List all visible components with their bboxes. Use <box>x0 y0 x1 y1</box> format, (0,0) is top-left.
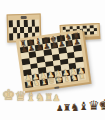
dark-tray-king: ♚ <box>99 98 105 113</box>
mini-square <box>94 31 98 34</box>
dark-pieces-row: ♟♜♞♝♛♚ <box>56 98 105 113</box>
square-h1[interactable]: ♜ <box>78 74 86 81</box>
box-clasp-icon <box>21 16 27 19</box>
open-chess-board[interactable]: ♜♞♝♛♚♝♞♜♟♟♟♟♟♟♟♟♟♟♟♟♟♟♟♟♜♞♝♛♚♝♞♜ <box>16 30 90 92</box>
board-grid[interactable]: ♜♞♝♛♚♝♞♜♟♟♟♟♟♟♟♟♟♟♟♟♟♟♟♟♜♞♝♛♚♝♞♜ <box>19 33 86 88</box>
product-photo: ♜♞♝♛♚♝♞♜♟♟♟♟♟♟♟♟♟♟♟♟♟♟♟♟♜♞♝♛♚♝♞♜ ♚♛♝♞♜♟ … <box>0 0 105 120</box>
light-pieces-row: ♚♛♝♞♜♟ <box>2 88 59 103</box>
light-rook-piece[interactable]: ♜ <box>76 72 87 81</box>
